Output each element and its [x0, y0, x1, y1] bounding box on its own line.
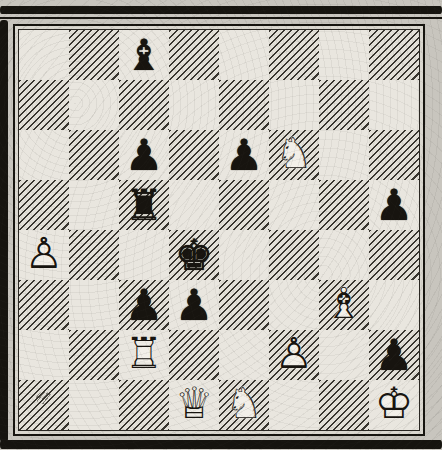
square-f2: ♟♙ — [269, 330, 319, 380]
square-c3: ♟ — [119, 280, 169, 330]
square-c7 — [119, 80, 169, 130]
square-b8 — [69, 30, 119, 80]
square-d7 — [169, 80, 219, 130]
square-e8 — [219, 30, 269, 80]
square-a1 — [19, 380, 69, 430]
square-d2 — [169, 330, 219, 380]
square-f3 — [269, 280, 319, 330]
square-h3 — [369, 280, 419, 330]
square-g5 — [319, 180, 369, 230]
piece-black-pawn-h5: ♟ — [369, 180, 419, 230]
square-f7 — [269, 80, 319, 130]
square-c5: ♜ — [119, 180, 169, 230]
square-h7 — [369, 80, 419, 130]
square-h6 — [369, 130, 419, 180]
square-b7 — [69, 80, 119, 130]
square-g1 — [319, 380, 369, 430]
top-border-thin-rule — [0, 17, 442, 19]
square-h5: ♟ — [369, 180, 419, 230]
square-a6 — [19, 130, 69, 180]
square-g2 — [319, 330, 369, 380]
top-border-heavy-rule — [0, 6, 442, 14]
piece-black-pawn-e6: ♟ — [219, 130, 269, 180]
square-a5 — [19, 180, 69, 230]
piece-white-pawn-f2: ♟♙ — [269, 330, 319, 380]
square-b1 — [69, 380, 119, 430]
piece-white-rook-c2: ♜♖ — [119, 330, 169, 380]
square-d1: ♛♕ — [169, 380, 219, 430]
square-c2: ♜♖ — [119, 330, 169, 380]
piece-black-pawn-c3: ♟ — [119, 280, 169, 330]
square-h8 — [369, 30, 419, 80]
square-h1: ♚♔ — [369, 380, 419, 430]
square-c1 — [119, 380, 169, 430]
left-border-rule — [0, 20, 8, 442]
newspaper-chess-diagram: { "game": "chess", "diagram_type": "prin… — [0, 0, 442, 450]
square-g7 — [319, 80, 369, 130]
square-b3 — [69, 280, 119, 330]
chess-board: ♝♟♟♞♘♜♟♟♙♚♟♟♝♗♜♖♟♙♟♛♕♞♘♚♔ — [18, 29, 420, 431]
piece-white-king-h1: ♚♔ — [369, 380, 419, 430]
square-e7 — [219, 80, 269, 130]
square-d8 — [169, 30, 219, 80]
square-e4 — [219, 230, 269, 280]
square-a4: ♟♙ — [19, 230, 69, 280]
piece-white-knight-e1: ♞♘ — [219, 380, 269, 430]
piece-black-pawn-c6: ♟ — [119, 130, 169, 180]
piece-black-rook-c5: ♜ — [119, 180, 169, 230]
square-d6 — [169, 130, 219, 180]
square-d3: ♟ — [169, 280, 219, 330]
square-h2: ♟ — [369, 330, 419, 380]
piece-black-king-d4: ♚ — [169, 230, 219, 280]
piece-black-pawn-h2: ♟ — [369, 330, 419, 380]
square-b6 — [69, 130, 119, 180]
square-d5 — [169, 180, 219, 230]
square-a3 — [19, 280, 69, 330]
square-d4: ♚ — [169, 230, 219, 280]
square-f4 — [269, 230, 319, 280]
square-h4 — [369, 230, 419, 280]
square-c8: ♝ — [119, 30, 169, 80]
piece-white-bishop-g3: ♝♗ — [319, 280, 369, 330]
board-frame: ♝♟♟♞♘♜♟♟♙♚♟♟♝♗♜♖♟♙♟♛♕♞♘♚♔ — [13, 24, 425, 436]
bottom-border-heavy-rule — [0, 440, 442, 449]
square-f5 — [269, 180, 319, 230]
square-b5 — [69, 180, 119, 230]
square-e2 — [219, 330, 269, 380]
piece-white-queen-d1: ♛♕ — [169, 380, 219, 430]
square-f6: ♞♘ — [269, 130, 319, 180]
square-e3 — [219, 280, 269, 330]
square-c6: ♟ — [119, 130, 169, 180]
square-g8 — [319, 30, 369, 80]
square-a8 — [19, 30, 69, 80]
square-e5 — [219, 180, 269, 230]
square-e6: ♟ — [219, 130, 269, 180]
piece-black-bishop-c8: ♝ — [119, 30, 169, 80]
square-g6 — [319, 130, 369, 180]
square-f1 — [269, 380, 319, 430]
square-g3: ♝♗ — [319, 280, 369, 330]
square-f8 — [269, 30, 319, 80]
piece-black-pawn-d3: ♟ — [169, 280, 219, 330]
square-b4 — [69, 230, 119, 280]
square-e1: ♞♘ — [219, 380, 269, 430]
square-a2 — [19, 330, 69, 380]
square-b2 — [69, 330, 119, 380]
square-c4 — [119, 230, 169, 280]
piece-white-knight-f6: ♞♘ — [269, 130, 319, 180]
square-g4 — [319, 230, 369, 280]
piece-white-pawn-a4: ♟♙ — [19, 230, 69, 280]
square-a7 — [19, 80, 69, 130]
